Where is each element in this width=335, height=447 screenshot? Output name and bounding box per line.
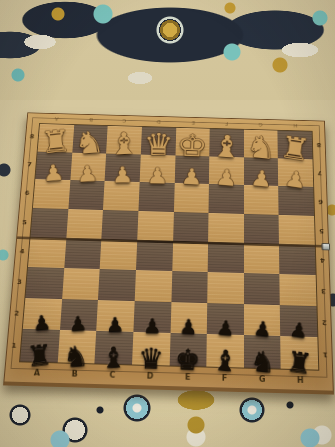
- rank-label-right-2: 2: [322, 319, 327, 327]
- black-pawn[interactable]: ♟: [32, 313, 52, 335]
- black-rook[interactable]: ♜: [285, 347, 314, 379]
- square-d8[interactable]: ♛: [141, 127, 176, 155]
- rank-label-4: 4: [19, 248, 24, 255]
- black-pawn[interactable]: ♟: [106, 316, 125, 336]
- photo-scene: ABCDEFGH 87654321 87654321 ABCDEFGH ♜♞♝♛…: [0, 0, 335, 447]
- black-knight[interactable]: ♞: [63, 342, 90, 372]
- square-b3[interactable]: [62, 268, 100, 300]
- black-pawn[interactable]: ♟: [252, 319, 272, 341]
- top-file-label-a: A: [54, 116, 58, 122]
- black-pawn[interactable]: ♟: [215, 318, 235, 339]
- black-knight[interactable]: ♞: [248, 346, 276, 377]
- square-a2[interactable]: ♟: [23, 298, 62, 330]
- white-pawn[interactable]: ♟: [146, 165, 168, 187]
- black-pawn[interactable]: ♟: [179, 317, 198, 338]
- white-pawn[interactable]: ♟: [181, 166, 203, 189]
- rank-label-5: 5: [22, 219, 27, 226]
- square-c5[interactable]: [102, 210, 139, 240]
- white-pawn[interactable]: ♟: [112, 164, 134, 186]
- square-e4[interactable]: [172, 241, 208, 272]
- black-bishop[interactable]: ♝: [101, 343, 127, 372]
- carpet-pattern-top: [0, 0, 335, 100]
- square-a4[interactable]: [28, 237, 66, 268]
- square-a5[interactable]: [30, 208, 68, 238]
- black-pawn[interactable]: ♟: [69, 314, 88, 335]
- square-h3[interactable]: [280, 274, 317, 306]
- carpet-pattern-bottom: [0, 385, 335, 447]
- square-f8[interactable]: ♝: [209, 129, 243, 157]
- square-f3[interactable]: [207, 272, 243, 304]
- square-e1[interactable]: ♚: [169, 333, 207, 366]
- rank-label-right-3: 3: [321, 287, 326, 294]
- rank-label-right-4: 4: [320, 257, 325, 264]
- square-d3[interactable]: [135, 270, 172, 302]
- square-e5[interactable]: [173, 212, 209, 242]
- rank-label-2: 2: [14, 310, 19, 318]
- black-pawn[interactable]: ♟: [289, 320, 310, 342]
- square-b4[interactable]: [64, 238, 102, 269]
- white-king[interactable]: ♚: [177, 130, 208, 162]
- white-bishop[interactable]: ♝: [109, 128, 140, 159]
- rank-label-right-5: 5: [319, 227, 324, 234]
- square-b8[interactable]: ♞: [72, 125, 108, 153]
- square-f1[interactable]: ♝: [206, 334, 243, 367]
- white-pawn[interactable]: ♟: [249, 167, 273, 191]
- rank-label-6: 6: [25, 190, 30, 197]
- square-c3[interactable]: [98, 269, 136, 301]
- square-e8[interactable]: ♚: [175, 128, 210, 156]
- square-b5[interactable]: [66, 209, 103, 239]
- white-pawn[interactable]: ♟: [77, 163, 99, 186]
- square-c2[interactable]: ♟: [96, 300, 134, 332]
- top-file-label-e: E: [191, 120, 195, 126]
- rank-label-1: 1: [11, 342, 16, 350]
- square-g2[interactable]: ♟: [244, 304, 281, 337]
- rank-label-right-8: 8: [317, 141, 322, 148]
- square-g5[interactable]: [244, 214, 280, 244]
- square-d2[interactable]: ♟: [133, 301, 171, 333]
- square-d5[interactable]: [137, 211, 173, 241]
- top-file-label-c: C: [123, 118, 127, 124]
- square-e3[interactable]: [171, 271, 208, 303]
- black-rook[interactable]: ♜: [26, 340, 53, 370]
- square-f5[interactable]: [208, 213, 244, 243]
- rank-label-3: 3: [17, 279, 22, 286]
- square-h4[interactable]: [279, 244, 315, 275]
- square-f2[interactable]: ♟: [207, 303, 244, 335]
- rank-label-right-6: 6: [318, 198, 323, 205]
- square-c8[interactable]: ♝: [106, 126, 142, 154]
- rank-label-right-1: 1: [323, 351, 328, 359]
- rank-label-right-7: 7: [317, 169, 322, 176]
- top-file-label-g: G: [259, 122, 263, 128]
- white-queen[interactable]: ♛: [143, 129, 174, 160]
- white-pawn[interactable]: ♟: [42, 161, 65, 185]
- black-bishop[interactable]: ♝: [211, 346, 238, 376]
- square-b1[interactable]: ♞: [57, 330, 96, 363]
- square-h8[interactable]: ♜: [278, 131, 313, 159]
- square-b2[interactable]: ♟: [60, 299, 99, 331]
- white-pawn[interactable]: ♟: [284, 168, 308, 193]
- black-king[interactable]: ♚: [174, 345, 201, 374]
- top-file-label-b: B: [89, 117, 93, 123]
- rank-label-8: 8: [30, 133, 35, 140]
- board-hinge: [321, 243, 330, 250]
- square-a8[interactable]: ♜: [38, 124, 74, 152]
- top-file-label-d: D: [157, 119, 161, 125]
- square-g4[interactable]: [244, 243, 280, 274]
- square-d4[interactable]: [136, 240, 173, 271]
- square-h2[interactable]: ♟: [280, 305, 317, 338]
- black-queen[interactable]: ♛: [138, 345, 164, 373]
- white-rook[interactable]: ♜: [278, 131, 312, 165]
- top-file-label-h: H: [293, 123, 297, 129]
- square-d1[interactable]: ♛: [132, 332, 170, 365]
- square-c4[interactable]: [100, 239, 137, 270]
- board-squares: ♜♞♝♛♚♝♞♜♟♟♟♟♟♟♟♟♟♟♟♟♟♟♟♟♜♞♝♛♚♝♞♜: [19, 123, 319, 371]
- square-g8[interactable]: ♞: [244, 130, 278, 158]
- white-pawn[interactable]: ♟: [215, 166, 238, 189]
- white-rook[interactable]: ♜: [39, 125, 71, 158]
- white-bishop[interactable]: ♝: [210, 130, 242, 163]
- square-c1[interactable]: ♝: [95, 331, 134, 364]
- square-g3[interactable]: [244, 273, 280, 305]
- chess-board: ABCDEFGH 87654321 87654321 ABCDEFGH ♜♞♝♛…: [3, 112, 334, 394]
- white-knight[interactable]: ♞: [74, 127, 106, 159]
- square-f4[interactable]: [208, 242, 244, 273]
- top-file-label-f: F: [225, 121, 228, 127]
- square-e2[interactable]: ♟: [170, 302, 207, 334]
- white-knight[interactable]: ♞: [244, 131, 277, 164]
- square-a3[interactable]: [25, 267, 64, 299]
- square-h5[interactable]: [279, 215, 315, 245]
- rank-label-7: 7: [27, 161, 32, 168]
- black-pawn[interactable]: ♟: [143, 317, 162, 337]
